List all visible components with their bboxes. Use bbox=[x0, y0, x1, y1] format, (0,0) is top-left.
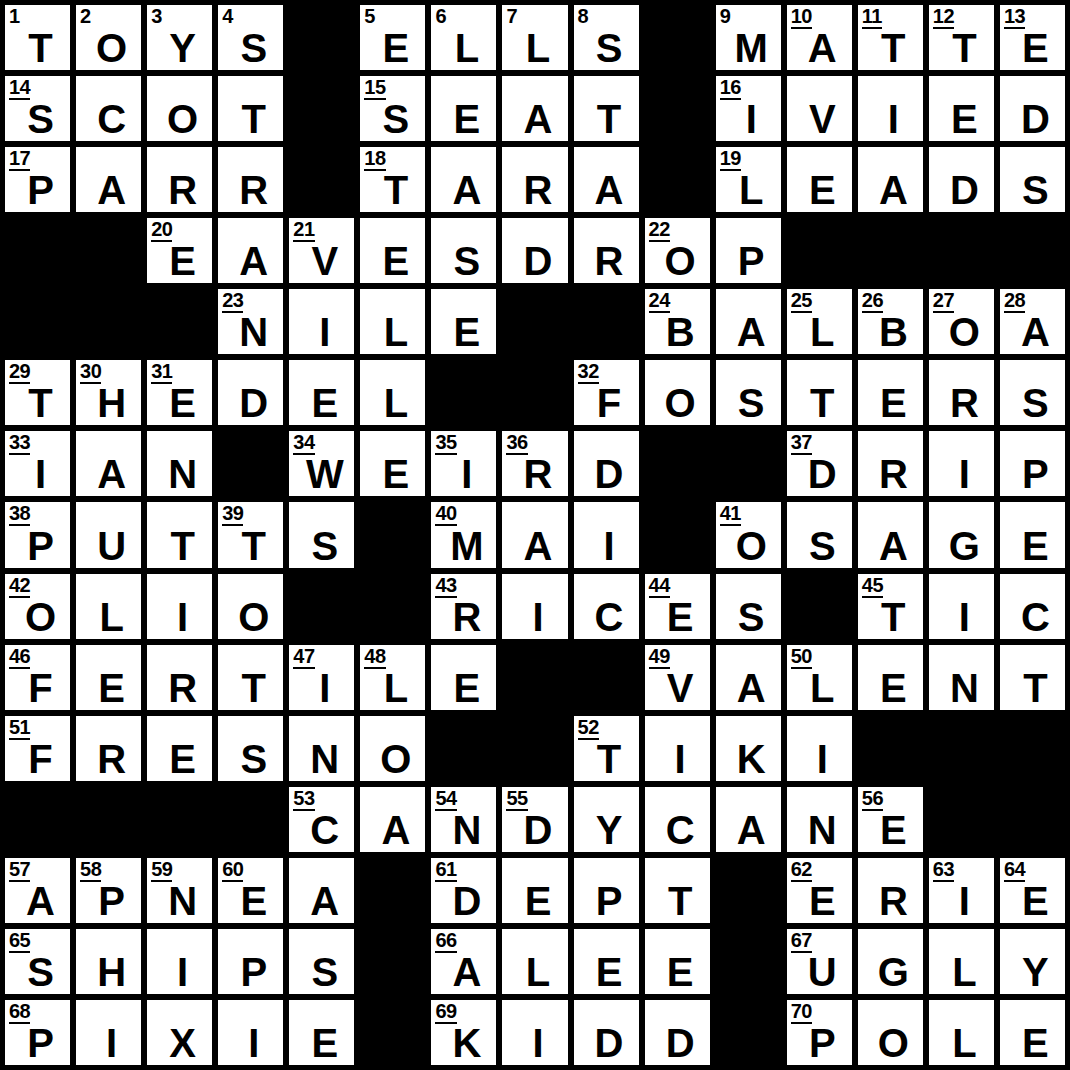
cell-r6c11[interactable]: S bbox=[716, 360, 781, 425]
cell-r8c1[interactable]: 38P bbox=[5, 502, 70, 567]
black-cell-r9c12 bbox=[787, 574, 852, 639]
cell-r1c11[interactable]: 9M bbox=[716, 5, 781, 70]
cell-letter: O bbox=[861, 1023, 926, 1063]
cell-r6c3[interactable]: 31E bbox=[147, 360, 212, 425]
cell-r8c14[interactable]: G bbox=[929, 502, 994, 567]
black-cell-r13c6 bbox=[360, 858, 425, 923]
cell-r3c6[interactable]: 18T bbox=[360, 147, 425, 212]
cell-r12c6[interactable]: A bbox=[360, 787, 425, 852]
cell-r14c13[interactable]: G bbox=[858, 929, 923, 994]
cell-r13c10[interactable]: T bbox=[645, 858, 710, 923]
cell-r12c10[interactable]: C bbox=[645, 787, 710, 852]
cell-r13c13[interactable]: R bbox=[858, 858, 923, 923]
cell-r1c6[interactable]: 5E bbox=[360, 5, 425, 70]
cell-r14c1[interactable]: 65S bbox=[5, 929, 70, 994]
cell-letter: V bbox=[790, 99, 855, 139]
cell-r8c7[interactable]: 40M bbox=[431, 502, 496, 567]
cell-letter: S bbox=[8, 952, 73, 992]
cell-r10c12[interactable]: 50L bbox=[787, 645, 852, 710]
cell-letter: R bbox=[79, 739, 144, 779]
cell-r3c1[interactable]: 17P bbox=[5, 147, 70, 212]
cell-r4c11[interactable]: P bbox=[716, 218, 781, 283]
cell-r10c5[interactable]: 47I bbox=[289, 645, 354, 710]
cell-r2c2[interactable]: C bbox=[76, 76, 141, 141]
cell-r5c11[interactable]: A bbox=[716, 289, 781, 354]
cell-r2c4[interactable]: T bbox=[218, 76, 283, 141]
cell-r15c4[interactable]: I bbox=[218, 1000, 283, 1065]
cell-r1c13[interactable]: 11T bbox=[858, 5, 923, 70]
black-cell-r2c10 bbox=[645, 76, 710, 141]
cell-r3c14[interactable]: D bbox=[929, 147, 994, 212]
cell-r14c4[interactable]: P bbox=[218, 929, 283, 994]
cell-letter: H bbox=[79, 952, 144, 992]
cell-r3c12[interactable]: E bbox=[787, 147, 852, 212]
cell-r13c5[interactable]: A bbox=[289, 858, 354, 923]
cell-letter: I bbox=[861, 99, 926, 139]
cell-r8c11[interactable]: 41O bbox=[716, 502, 781, 567]
cell-letter: G bbox=[932, 526, 997, 566]
cell-r12c12[interactable]: N bbox=[787, 787, 852, 852]
cell-letter: O bbox=[648, 241, 713, 281]
black-cell-r8c6 bbox=[360, 502, 425, 567]
cell-r6c12[interactable]: T bbox=[787, 360, 852, 425]
black-cell-r15c11 bbox=[716, 1000, 781, 1065]
cell-r4c8[interactable]: D bbox=[502, 218, 567, 283]
cell-r8c8[interactable]: A bbox=[502, 502, 567, 567]
cell-letter: O bbox=[150, 99, 215, 139]
black-cell-r4c15 bbox=[1000, 218, 1065, 283]
clue-number-52: 52 bbox=[578, 717, 599, 740]
cell-r7c14[interactable]: I bbox=[929, 431, 994, 496]
cell-r4c6[interactable]: E bbox=[360, 218, 425, 283]
cell-letter: E bbox=[861, 668, 926, 708]
cell-letter: O bbox=[932, 312, 997, 352]
black-cell-r1c5 bbox=[289, 5, 354, 70]
black-cell-r4c1 bbox=[5, 218, 70, 283]
cell-r15c7[interactable]: 69K bbox=[431, 1000, 496, 1065]
cell-r3c15[interactable]: S bbox=[1000, 147, 1065, 212]
cell-r8c13[interactable]: A bbox=[858, 502, 923, 567]
cell-r10c11[interactable]: A bbox=[716, 645, 781, 710]
cell-r9c2[interactable]: L bbox=[76, 574, 141, 639]
cell-r3c11[interactable]: 19L bbox=[716, 147, 781, 212]
cell-letter: E bbox=[363, 454, 428, 494]
cell-r5c4[interactable]: 23N bbox=[218, 289, 283, 354]
cell-r10c10[interactable]: 49V bbox=[645, 645, 710, 710]
cell-letter: S bbox=[292, 952, 357, 992]
cell-letter: W bbox=[292, 454, 357, 494]
cell-r12c5[interactable]: 53C bbox=[289, 787, 354, 852]
cell-r5c6[interactable]: L bbox=[360, 289, 425, 354]
cell-letter: T bbox=[861, 28, 926, 68]
cell-letter: S bbox=[577, 28, 642, 68]
cell-r14c7[interactable]: 66A bbox=[431, 929, 496, 994]
cell-letter: O bbox=[363, 739, 428, 779]
cell-r3c13[interactable]: A bbox=[858, 147, 923, 212]
cell-r2c9[interactable]: T bbox=[574, 76, 639, 141]
cell-r12c11[interactable]: A bbox=[716, 787, 781, 852]
cell-r5c14[interactable]: 27O bbox=[929, 289, 994, 354]
cell-letter: T bbox=[861, 597, 926, 637]
cell-r4c9[interactable]: R bbox=[574, 218, 639, 283]
cell-letter: D bbox=[505, 241, 570, 281]
cell-letter: V bbox=[292, 241, 357, 281]
cell-r11c12[interactable]: I bbox=[787, 716, 852, 781]
black-cell-r5c9 bbox=[574, 289, 639, 354]
cell-r5c13[interactable]: 26B bbox=[858, 289, 923, 354]
cell-r10c4[interactable]: T bbox=[218, 645, 283, 710]
cell-r12c9[interactable]: Y bbox=[574, 787, 639, 852]
cell-r7c13[interactable]: R bbox=[858, 431, 923, 496]
cell-letter: P bbox=[577, 881, 642, 921]
cell-r1c14[interactable]: 12T bbox=[929, 5, 994, 70]
cell-letter: B bbox=[861, 312, 926, 352]
cell-r7c8[interactable]: 36R bbox=[502, 431, 567, 496]
cell-letter: N bbox=[932, 668, 997, 708]
cell-letter: K bbox=[434, 1023, 499, 1063]
cell-letter: F bbox=[8, 668, 73, 708]
clue-number-50: 50 bbox=[791, 646, 812, 669]
black-cell-r4c14 bbox=[929, 218, 994, 283]
cell-r11c2[interactable]: R bbox=[76, 716, 141, 781]
cell-r14c8[interactable]: L bbox=[502, 929, 567, 994]
black-cell-r4c2 bbox=[76, 218, 141, 283]
clue-number-63: 63 bbox=[933, 859, 954, 882]
cell-letter: E bbox=[505, 881, 570, 921]
cell-letter: L bbox=[79, 597, 144, 637]
cell-r13c8[interactable]: E bbox=[502, 858, 567, 923]
cell-r1c8[interactable]: 7L bbox=[502, 5, 567, 70]
cell-r6c2[interactable]: 30H bbox=[76, 360, 141, 425]
cell-r7c1[interactable]: 33I bbox=[5, 431, 70, 496]
cell-r11c1[interactable]: 51F bbox=[5, 716, 70, 781]
clue-number-45: 45 bbox=[862, 575, 883, 598]
cell-letter: I bbox=[434, 454, 499, 494]
cell-r7c7[interactable]: 35I bbox=[431, 431, 496, 496]
cell-r12c13[interactable]: 56E bbox=[858, 787, 923, 852]
cell-letter: B bbox=[648, 312, 713, 352]
cell-r1c2[interactable]: 2O bbox=[76, 5, 141, 70]
cell-r6c1[interactable]: 29T bbox=[5, 360, 70, 425]
clue-number-47: 47 bbox=[293, 646, 314, 669]
cell-r9c1[interactable]: 42O bbox=[5, 574, 70, 639]
cell-letter: L bbox=[363, 312, 428, 352]
clue-number-29: 29 bbox=[9, 361, 30, 384]
cell-r3c8[interactable]: R bbox=[502, 147, 567, 212]
cell-letter: I bbox=[932, 597, 997, 637]
cell-letter: E bbox=[292, 1023, 357, 1063]
cell-r8c4[interactable]: 39T bbox=[218, 502, 283, 567]
clue-number-33: 33 bbox=[9, 432, 30, 455]
cell-letter: L bbox=[932, 1023, 997, 1063]
cell-letter: R bbox=[505, 170, 570, 210]
cell-letter: Y bbox=[1003, 952, 1068, 992]
cell-letter: P bbox=[8, 1023, 73, 1063]
cell-letter: I bbox=[221, 1023, 286, 1063]
cell-r2c8[interactable]: A bbox=[502, 76, 567, 141]
cell-r8c15[interactable]: E bbox=[1000, 502, 1065, 567]
black-cell-r11c14 bbox=[929, 716, 994, 781]
cell-r13c3[interactable]: 59N bbox=[147, 858, 212, 923]
cell-letter: G bbox=[861, 952, 926, 992]
cell-letter: E bbox=[363, 241, 428, 281]
cell-letter: E bbox=[1003, 1023, 1068, 1063]
cell-letter: A bbox=[790, 28, 855, 68]
cell-r15c13[interactable]: O bbox=[858, 1000, 923, 1065]
cell-r1c1[interactable]: 1T bbox=[5, 5, 70, 70]
cell-r3c3[interactable]: R bbox=[147, 147, 212, 212]
cell-r10c13[interactable]: E bbox=[858, 645, 923, 710]
cell-r14c15[interactable]: Y bbox=[1000, 929, 1065, 994]
cell-r11c10[interactable]: I bbox=[645, 716, 710, 781]
cell-r2c7[interactable]: E bbox=[431, 76, 496, 141]
cell-r13c9[interactable]: P bbox=[574, 858, 639, 923]
cell-letter: R bbox=[221, 170, 286, 210]
cell-letter: R bbox=[577, 241, 642, 281]
cell-r7c5[interactable]: 34W bbox=[289, 431, 354, 496]
cell-r15c3[interactable]: X bbox=[147, 1000, 212, 1065]
cell-letter: D bbox=[505, 810, 570, 850]
cell-r2c3[interactable]: O bbox=[147, 76, 212, 141]
cell-r11c3[interactable]: E bbox=[147, 716, 212, 781]
cell-r4c10[interactable]: 22O bbox=[645, 218, 710, 283]
cell-r1c9[interactable]: 8S bbox=[574, 5, 639, 70]
cell-letter: L bbox=[505, 28, 570, 68]
cell-letter: E bbox=[932, 99, 997, 139]
cell-letter: E bbox=[79, 668, 144, 708]
black-cell-r3c10 bbox=[645, 147, 710, 212]
cell-letter: S bbox=[8, 99, 73, 139]
black-cell-r12c3 bbox=[147, 787, 212, 852]
clue-number-16: 16 bbox=[720, 77, 741, 100]
black-cell-r5c3 bbox=[147, 289, 212, 354]
cell-r6c9[interactable]: 32F bbox=[574, 360, 639, 425]
cell-r2c15[interactable]: D bbox=[1000, 76, 1065, 141]
cell-r1c7[interactable]: 6L bbox=[431, 5, 496, 70]
cell-letter: D bbox=[1003, 99, 1068, 139]
cell-letter: I bbox=[505, 597, 570, 637]
clue-number-2: 2 bbox=[80, 6, 91, 27]
cell-r15c15[interactable]: E bbox=[1000, 1000, 1065, 1065]
cell-r11c5[interactable]: N bbox=[289, 716, 354, 781]
cell-r8c3[interactable]: T bbox=[147, 502, 212, 567]
cell-r15c1[interactable]: 68P bbox=[5, 1000, 70, 1065]
cell-r9c11[interactable]: S bbox=[716, 574, 781, 639]
cell-letter: S bbox=[292, 526, 357, 566]
clue-number-32: 32 bbox=[578, 361, 599, 384]
black-cell-r11c8 bbox=[502, 716, 567, 781]
cell-r2c14[interactable]: E bbox=[929, 76, 994, 141]
cell-r5c10[interactable]: 24B bbox=[645, 289, 710, 354]
cell-r8c5[interactable]: S bbox=[289, 502, 354, 567]
cell-r9c13[interactable]: 45T bbox=[858, 574, 923, 639]
cell-r10c2[interactable]: E bbox=[76, 645, 141, 710]
cell-r14c10[interactable]: E bbox=[645, 929, 710, 994]
cell-r4c5[interactable]: 21V bbox=[289, 218, 354, 283]
cell-r10c3[interactable]: R bbox=[147, 645, 212, 710]
cell-letter: P bbox=[8, 526, 73, 566]
cell-r7c9[interactable]: D bbox=[574, 431, 639, 496]
cell-r10c1[interactable]: 46F bbox=[5, 645, 70, 710]
cell-r10c7[interactable]: E bbox=[431, 645, 496, 710]
cell-r4c4[interactable]: A bbox=[218, 218, 283, 283]
cell-letter: S bbox=[434, 241, 499, 281]
cell-r5c15[interactable]: 28A bbox=[1000, 289, 1065, 354]
clue-number-7: 7 bbox=[506, 6, 517, 27]
cell-r6c6[interactable]: L bbox=[360, 360, 425, 425]
cell-r13c7[interactable]: 61D bbox=[431, 858, 496, 923]
cell-r8c9[interactable]: I bbox=[574, 502, 639, 567]
cell-r13c15[interactable]: 64E bbox=[1000, 858, 1065, 923]
cell-r2c11[interactable]: 16I bbox=[716, 76, 781, 141]
cell-letter: E bbox=[648, 597, 713, 637]
cell-letter: L bbox=[363, 383, 428, 423]
cell-letter: E bbox=[577, 952, 642, 992]
clue-number-25: 25 bbox=[791, 290, 812, 313]
cell-r14c2[interactable]: H bbox=[76, 929, 141, 994]
cell-r9c7[interactable]: 43R bbox=[431, 574, 496, 639]
cell-r15c9[interactable]: D bbox=[574, 1000, 639, 1065]
cell-r2c13[interactable]: I bbox=[858, 76, 923, 141]
cell-letter: S bbox=[221, 739, 286, 779]
cell-letter: A bbox=[79, 454, 144, 494]
cell-r14c12[interactable]: 67U bbox=[787, 929, 852, 994]
cell-r5c12[interactable]: 25L bbox=[787, 289, 852, 354]
cell-r1c4[interactable]: 4S bbox=[218, 5, 283, 70]
cell-r13c14[interactable]: 63I bbox=[929, 858, 994, 923]
black-cell-r5c2 bbox=[76, 289, 141, 354]
cell-r9c4[interactable]: O bbox=[218, 574, 283, 639]
cell-letter: A bbox=[292, 881, 357, 921]
black-cell-r5c1 bbox=[5, 289, 70, 354]
cell-letter: D bbox=[434, 881, 499, 921]
cell-r6c14[interactable]: R bbox=[929, 360, 994, 425]
cell-r11c11[interactable]: K bbox=[716, 716, 781, 781]
cell-r9c15[interactable]: C bbox=[1000, 574, 1065, 639]
cell-letter: S bbox=[719, 383, 784, 423]
cell-letter: T bbox=[8, 28, 73, 68]
cell-r10c14[interactable]: N bbox=[929, 645, 994, 710]
cell-letter: N bbox=[292, 739, 357, 779]
cell-r15c12[interactable]: 70P bbox=[787, 1000, 852, 1065]
cell-r14c5[interactable]: S bbox=[289, 929, 354, 994]
cell-r3c9[interactable]: A bbox=[574, 147, 639, 212]
cell-letter: L bbox=[434, 28, 499, 68]
clue-number-51: 51 bbox=[9, 717, 30, 740]
cell-r8c2[interactable]: U bbox=[76, 502, 141, 567]
cell-r6c10[interactable]: O bbox=[645, 360, 710, 425]
cell-r15c10[interactable]: D bbox=[645, 1000, 710, 1065]
cell-letter: S bbox=[1003, 383, 1068, 423]
cell-letter: D bbox=[648, 1023, 713, 1063]
cell-r2c1[interactable]: 14S bbox=[5, 76, 70, 141]
cell-letter: I bbox=[150, 952, 215, 992]
cell-letter: I bbox=[719, 99, 784, 139]
cell-r2c12[interactable]: V bbox=[787, 76, 852, 141]
cell-r14c14[interactable]: L bbox=[929, 929, 994, 994]
cell-r9c9[interactable]: C bbox=[574, 574, 639, 639]
cell-r12c7[interactable]: 54N bbox=[431, 787, 496, 852]
black-cell-r13c11 bbox=[716, 858, 781, 923]
cell-letter: I bbox=[648, 739, 713, 779]
cell-r15c2[interactable]: I bbox=[76, 1000, 141, 1065]
cell-r4c7[interactable]: S bbox=[431, 218, 496, 283]
cell-r3c7[interactable]: A bbox=[431, 147, 496, 212]
cell-letter: O bbox=[79, 28, 144, 68]
cell-r15c5[interactable]: E bbox=[289, 1000, 354, 1065]
cell-r1c3[interactable]: 3Y bbox=[147, 5, 212, 70]
cell-r6c4[interactable]: D bbox=[218, 360, 283, 425]
cell-r3c2[interactable]: A bbox=[76, 147, 141, 212]
cell-r1c15[interactable]: 13E bbox=[1000, 5, 1065, 70]
cell-r7c2[interactable]: A bbox=[76, 431, 141, 496]
cell-r7c6[interactable]: E bbox=[360, 431, 425, 496]
clue-number-5: 5 bbox=[364, 6, 375, 27]
cell-r9c3[interactable]: I bbox=[147, 574, 212, 639]
cell-r10c15[interactable]: T bbox=[1000, 645, 1065, 710]
cell-r9c8[interactable]: I bbox=[502, 574, 567, 639]
cell-r13c4[interactable]: 60E bbox=[218, 858, 283, 923]
cell-letter: L bbox=[719, 170, 784, 210]
cell-r13c1[interactable]: 57A bbox=[5, 858, 70, 923]
cell-r6c15[interactable]: S bbox=[1000, 360, 1065, 425]
cell-r9c10[interactable]: 44E bbox=[645, 574, 710, 639]
cell-r10c6[interactable]: 48L bbox=[360, 645, 425, 710]
cell-r2c6[interactable]: 15S bbox=[360, 76, 425, 141]
clue-number-6: 6 bbox=[435, 6, 446, 27]
cell-letter: C bbox=[1003, 597, 1068, 637]
cell-letter: I bbox=[292, 668, 357, 708]
cell-r11c6[interactable]: O bbox=[360, 716, 425, 781]
cell-r13c2[interactable]: 58P bbox=[76, 858, 141, 923]
cell-letter: E bbox=[790, 170, 855, 210]
cell-r7c12[interactable]: 37D bbox=[787, 431, 852, 496]
cell-r1c12[interactable]: 10A bbox=[787, 5, 852, 70]
clue-number-3: 3 bbox=[151, 6, 162, 27]
cell-r12c8[interactable]: 55D bbox=[502, 787, 567, 852]
cell-letter: T bbox=[363, 170, 428, 210]
cell-r6c5[interactable]: E bbox=[289, 360, 354, 425]
cell-r3c4[interactable]: R bbox=[218, 147, 283, 212]
clue-number-8: 8 bbox=[578, 6, 589, 27]
cell-r15c8[interactable]: I bbox=[502, 1000, 567, 1065]
cell-r7c3[interactable]: N bbox=[147, 431, 212, 496]
cell-letter: L bbox=[363, 668, 428, 708]
cell-r4c3[interactable]: 20E bbox=[147, 218, 212, 283]
cell-letter: I bbox=[577, 526, 642, 566]
cell-r14c9[interactable]: E bbox=[574, 929, 639, 994]
cell-r5c5[interactable]: I bbox=[289, 289, 354, 354]
cell-letter: E bbox=[1003, 881, 1068, 921]
cell-r14c3[interactable]: I bbox=[147, 929, 212, 994]
cell-letter: C bbox=[577, 597, 642, 637]
cell-r15c14[interactable]: L bbox=[929, 1000, 994, 1065]
cell-r11c9[interactable]: 52T bbox=[574, 716, 639, 781]
black-cell-r4c12 bbox=[787, 218, 852, 283]
cell-r13c12[interactable]: 62E bbox=[787, 858, 852, 923]
cell-letter: A bbox=[221, 241, 286, 281]
cell-r8c12[interactable]: S bbox=[787, 502, 852, 567]
crossword-board: 1T2O3Y4S5E6L7L8S9M10A11T12T13E14SCOT15SE… bbox=[0, 0, 1070, 1070]
black-cell-r15c6 bbox=[360, 1000, 425, 1065]
clue-number-46: 46 bbox=[9, 646, 30, 669]
black-cell-r7c11 bbox=[716, 431, 781, 496]
cell-r9c14[interactable]: I bbox=[929, 574, 994, 639]
cell-r7c15[interactable]: P bbox=[1000, 431, 1065, 496]
cell-r11c4[interactable]: S bbox=[218, 716, 283, 781]
cell-r5c7[interactable]: E bbox=[431, 289, 496, 354]
cell-r6c13[interactable]: E bbox=[858, 360, 923, 425]
